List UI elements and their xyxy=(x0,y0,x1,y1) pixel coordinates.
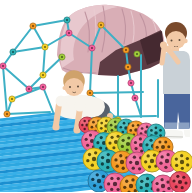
connector-ball-hole xyxy=(32,25,34,27)
baby-arm xyxy=(56,104,59,125)
toy-ball-hole xyxy=(100,136,103,139)
toy-ball-hole xyxy=(156,146,159,149)
toy-ball-hole xyxy=(159,129,162,132)
toy-ball-hole xyxy=(100,127,103,130)
toy-ball-hole xyxy=(149,139,152,142)
toy-ball-hole xyxy=(105,119,108,122)
toy-ball-hole xyxy=(112,146,115,149)
toy-ball-hole xyxy=(92,121,95,124)
toy-ball-hole xyxy=(116,165,119,168)
toy-ball-hole xyxy=(89,134,92,137)
toy-ball-hole xyxy=(134,147,137,150)
toy-ball-hole xyxy=(160,155,163,158)
toy-ball-hole xyxy=(172,179,175,182)
toy-ball-hole xyxy=(165,159,169,163)
baby-ear xyxy=(63,86,67,90)
connector-ball-hole xyxy=(12,51,14,53)
toy-ball-hole xyxy=(107,182,110,185)
toy-ball-hole xyxy=(167,187,170,190)
toy-ball-hole xyxy=(121,145,124,148)
toy-ball-hole xyxy=(144,160,147,163)
toy-ball-hole xyxy=(123,122,126,125)
toy-ball-hole xyxy=(106,166,109,169)
toy-ball-hole xyxy=(86,159,89,162)
connector-ball-hole xyxy=(127,66,129,68)
toy-ball-hole xyxy=(83,120,85,122)
toy-ball-hole xyxy=(123,186,126,189)
toy-ball-hole xyxy=(127,136,130,139)
toy-ball-hole xyxy=(126,148,129,151)
toy-ball-hole xyxy=(107,153,110,156)
toy-ball-hole xyxy=(145,183,149,187)
baby-sleeve xyxy=(75,101,86,112)
toy-ball-hole xyxy=(164,166,167,169)
baby-eye xyxy=(69,86,71,88)
toy-ball-hole xyxy=(176,175,179,178)
toy-ball-hole xyxy=(161,145,165,149)
toy-ball-hole xyxy=(126,142,130,146)
toy-ball-hole xyxy=(134,141,137,144)
toy-ball-hole xyxy=(122,167,125,170)
toy-ball-hole xyxy=(117,177,120,180)
toy-ball-hole xyxy=(175,157,178,160)
toy-ball-hole xyxy=(108,141,111,144)
toy-ball-hole xyxy=(155,126,158,129)
toy-ball-hole xyxy=(167,145,170,148)
toy-ball-hole xyxy=(160,178,163,181)
toy-ball-hole xyxy=(150,159,154,163)
toy-ball-hole xyxy=(83,128,85,130)
toy-ball-hole xyxy=(96,141,99,144)
toy-ball-hole xyxy=(101,162,104,165)
toy-ball-hole xyxy=(119,154,122,157)
toy-ball-hole xyxy=(125,180,128,183)
toy-ball-hole xyxy=(166,153,169,156)
connector-ball-hole xyxy=(44,46,46,48)
boy-neck xyxy=(172,47,179,51)
toy-ball-hole xyxy=(148,165,151,168)
toy-ball-hole xyxy=(97,179,101,183)
fort-rod xyxy=(90,92,143,93)
toy-ball-hole xyxy=(100,122,103,125)
connector-ball-hole xyxy=(6,113,8,115)
toy-ball-hole xyxy=(93,184,96,187)
toy-ball-hole xyxy=(158,141,161,144)
toy-ball-hole xyxy=(132,124,135,127)
toy-ball-hole xyxy=(92,157,96,161)
toy-ball-hole xyxy=(129,161,132,164)
toy-ball-hole xyxy=(133,156,136,159)
toy-ball-hole xyxy=(181,167,184,170)
toy-ball xyxy=(170,172,191,193)
toy-ball-hole xyxy=(101,156,104,159)
baby-hand xyxy=(52,123,59,130)
baby-face xyxy=(64,78,84,96)
toy-ball-hole xyxy=(150,129,153,132)
toy-ball-hole xyxy=(184,181,187,184)
toy-ball-hole xyxy=(102,175,105,178)
toy-ball-hole xyxy=(122,139,125,142)
toy-ball-hole xyxy=(186,157,189,160)
toy-ball-hole xyxy=(91,126,94,129)
toy-ball-hole xyxy=(155,182,158,185)
toy-ball-hole xyxy=(135,161,139,165)
connector-ball-hole xyxy=(100,24,102,26)
connector-ball-hole xyxy=(136,53,138,55)
toy-ball-hole xyxy=(181,186,184,189)
connector-ball-hole xyxy=(68,32,70,34)
boy-hand xyxy=(165,46,172,53)
toy-ball-hole xyxy=(141,127,144,130)
toy-ball-hole xyxy=(146,177,149,180)
toy-ball-hole xyxy=(180,154,183,157)
toy-ball-hole xyxy=(175,185,178,188)
connector-ball-hole xyxy=(61,56,63,58)
toy-ball-hole xyxy=(94,151,97,154)
connector-ball-hole xyxy=(91,47,93,49)
connector-ball-hole xyxy=(66,19,68,21)
boy-jeans-cuff xyxy=(165,123,178,130)
toy-ball-hole xyxy=(131,178,134,181)
toy-ball-hole xyxy=(140,180,143,183)
toy-ball-hole xyxy=(153,153,156,156)
toy-ball-hole xyxy=(140,186,143,189)
toy-ball-hole xyxy=(186,163,189,166)
product-photo-stage: Product photo: kids fort building kit. A… xyxy=(0,0,192,192)
toy-ball-hole xyxy=(99,185,102,188)
toy-ball-hole xyxy=(146,126,149,129)
toy-ball-hole xyxy=(138,167,141,170)
toy-ball-hole xyxy=(120,160,124,164)
toy-ball-hole xyxy=(145,143,148,146)
connector-ball-hole xyxy=(2,65,4,67)
connector-ball-hole xyxy=(42,74,44,76)
toy-ball-hole xyxy=(178,180,182,184)
boy-eye xyxy=(171,40,173,42)
connector-ball-hole xyxy=(134,97,136,99)
baby-eye xyxy=(77,86,79,88)
toy-ball-hole xyxy=(106,159,110,163)
toy-ball-hole xyxy=(91,178,94,181)
toy-ball-hole xyxy=(117,135,120,138)
toy-ball-hole xyxy=(111,136,114,139)
connector-ball-hole xyxy=(125,49,127,51)
toy-ball-hole xyxy=(85,138,88,141)
baby-sleeve xyxy=(56,96,67,107)
product-photo: Product photo: kids fort building kit. A… xyxy=(0,0,192,192)
boy-ear xyxy=(183,39,187,43)
toy-ball xyxy=(171,151,192,173)
connector-ball-hole xyxy=(130,82,132,84)
boy-forearm xyxy=(162,47,164,63)
toy-ball-hole xyxy=(182,176,185,179)
connector-ball-hole xyxy=(42,86,44,88)
toy-ball-hole xyxy=(113,182,117,186)
connector-ball-hole xyxy=(89,92,91,94)
toy-ball-hole xyxy=(96,173,99,176)
toy-ball-hole xyxy=(159,162,162,165)
toy-ball-hole xyxy=(129,184,133,188)
toy-ball-hole xyxy=(159,134,162,137)
toy-ball-hole xyxy=(88,153,91,156)
toy-ball-hole xyxy=(110,177,113,180)
connector-ball-hole xyxy=(28,88,30,90)
toy-ball-hole xyxy=(132,167,135,170)
toy-ball-hole xyxy=(91,164,94,167)
toy-ball-hole xyxy=(180,160,184,164)
boy-eye xyxy=(179,39,181,41)
toy-ball-hole xyxy=(154,131,158,135)
toy-ball-hole xyxy=(119,126,122,129)
connector-ball-hole xyxy=(11,98,13,100)
boy-jeans-cuff xyxy=(179,123,190,130)
toy-ball-hole xyxy=(156,188,159,191)
toy-ball-hole xyxy=(81,124,83,126)
toy-ball-hole xyxy=(110,188,113,191)
toy-ball-hole xyxy=(116,188,119,191)
toy-ball-hole xyxy=(147,154,150,157)
toy-ball-hole xyxy=(114,158,117,161)
toy-ball-hole xyxy=(164,140,167,143)
toy-ball-hole xyxy=(139,137,142,140)
toy-ball-hole xyxy=(110,124,113,127)
toy-ball-hole xyxy=(161,184,165,188)
toy-ball-hole xyxy=(129,129,132,132)
toy-ball-hole xyxy=(175,164,178,167)
toy-ball-hole xyxy=(86,144,89,147)
toy-ball-hole xyxy=(111,129,114,132)
toy-ball-hole xyxy=(114,120,117,123)
